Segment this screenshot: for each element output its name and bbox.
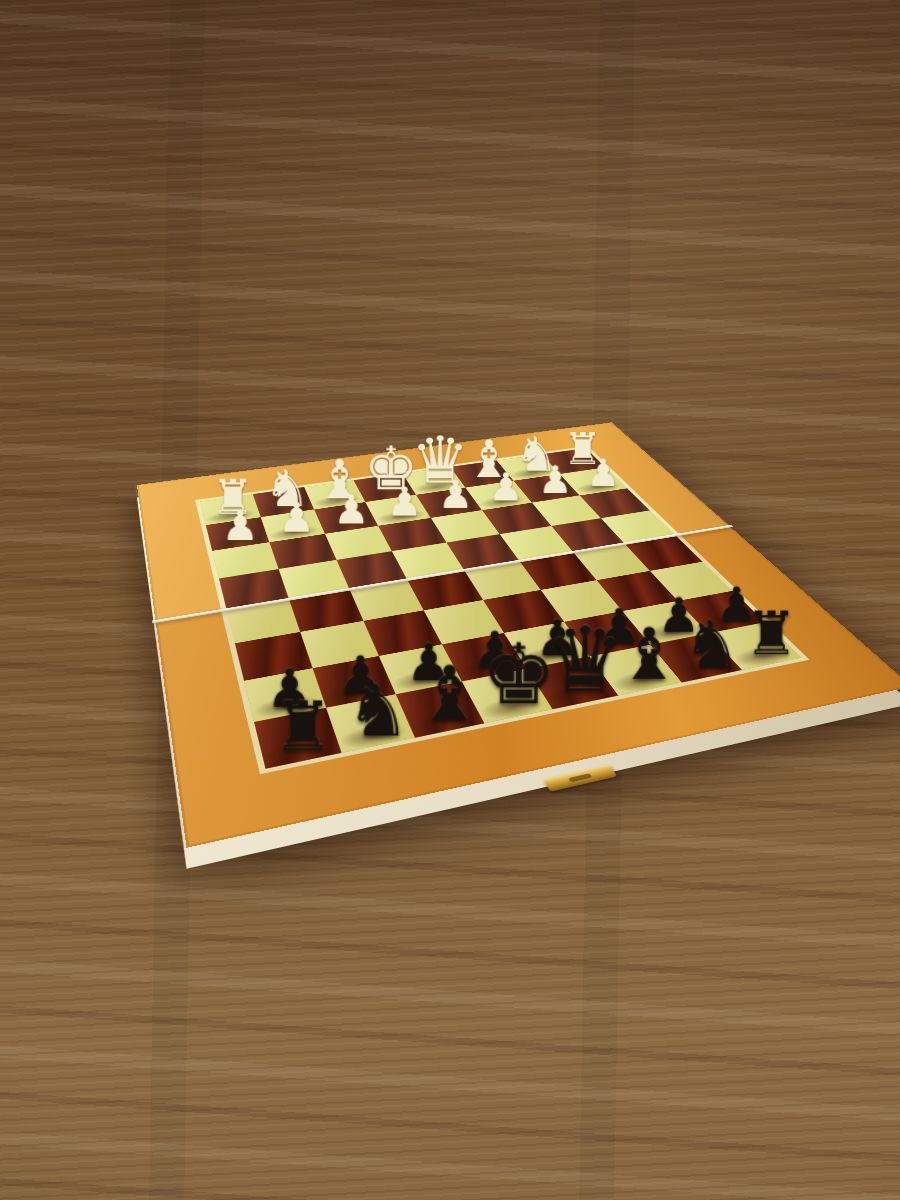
brass-clasp [543,764,617,792]
white-pawn-f2[interactable]: ♟ [333,491,369,529]
square-h5[interactable] [227,599,300,643]
white-pawn-c2[interactable]: ♟ [489,469,524,506]
black-knight-g8[interactable]: ♞ [346,676,410,744]
black-rook-a8[interactable]: ♜ [745,606,799,663]
square-g5[interactable] [289,589,363,632]
folding-chessboard: ♜♞♝♚♛♝♞♜♟♟♟♟♟♟♟♟♟♟♟♟♟♟♟♟♜♞♝♚♛♝♞♜ [137,422,900,847]
black-king-e8[interactable]: ♚ [481,636,556,715]
black-bishop-c8[interactable]: ♝ [617,621,681,689]
white-pawn-h2[interactable]: ♟ [222,507,259,546]
black-queen-d8[interactable]: ♛ [545,617,625,702]
black-knight-b8[interactable]: ♞ [682,613,741,675]
white-pawn-a2[interactable]: ♟ [586,456,620,492]
product-photo: ♜♞♝♚♛♝♞♜♟♟♟♟♟♟♟♟♟♟♟♟♟♟♟♟♜♞♝♚♛♝♞♜ [0,0,900,1200]
white-pawn-d2[interactable]: ♟ [439,476,474,513]
board-grid: ♜♞♝♚♛♝♞♜♟♟♟♟♟♟♟♟♟♟♟♟♟♟♟♟♜♞♝♚♛♝♞♜ [195,446,809,774]
white-pawn-b2[interactable]: ♟ [538,462,572,498]
chess-scene: ♜♞♝♚♛♝♞♜♟♟♟♟♟♟♟♟♟♟♟♟♟♟♟♟♜♞♝♚♛♝♞♜ [14,0,900,1170]
black-rook-h8[interactable]: ♜ [273,695,334,759]
white-pawn-e2[interactable]: ♟ [387,483,423,521]
black-bishop-f8[interactable]: ♝ [416,658,483,729]
white-pawn-g2[interactable]: ♟ [278,499,315,538]
